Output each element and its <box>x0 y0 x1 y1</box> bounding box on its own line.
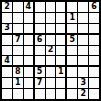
cell-r4c4[interactable]: 6 <box>35 35 45 45</box>
cell-r6c3[interactable] <box>24 56 34 66</box>
cell-r4c2[interactable]: 7 <box>13 35 23 45</box>
cell-r1c3[interactable]: 4 <box>24 2 34 12</box>
cell-r1c7[interactable] <box>67 2 77 12</box>
cell-r5c9[interactable] <box>89 46 99 56</box>
cell-r1c6[interactable] <box>56 2 66 12</box>
cell-r8c8[interactable]: 3 <box>78 78 88 88</box>
cell-r4c8[interactable] <box>78 35 88 45</box>
cell-r3c3[interactable] <box>24 24 34 34</box>
cell-r3c1[interactable]: 3 <box>2 24 12 34</box>
cell-r3c9[interactable] <box>89 24 99 34</box>
cell-r7c4[interactable]: 5 <box>35 67 45 77</box>
cell-r7c6[interactable]: 1 <box>56 67 66 77</box>
cell-r5c1[interactable] <box>2 46 12 56</box>
cell-r8c3[interactable] <box>24 78 34 88</box>
cell-r8c5[interactable] <box>46 78 56 88</box>
cell-r6c8[interactable] <box>78 56 88 66</box>
cell-r4c5[interactable] <box>46 35 56 45</box>
cell-r2c5[interactable] <box>46 13 56 23</box>
cell-r2c9[interactable] <box>89 13 99 23</box>
cell-r9c4[interactable] <box>35 89 45 99</box>
cell-r9c7[interactable] <box>67 89 77 99</box>
cell-r1c9[interactable]: 6 <box>89 2 99 12</box>
cell-r6c2[interactable] <box>13 56 23 66</box>
cell-r6c5[interactable] <box>46 56 56 66</box>
cell-r7c5[interactable] <box>46 67 56 77</box>
cell-r3c7[interactable] <box>67 24 77 34</box>
cell-r5c2[interactable] <box>13 46 23 56</box>
cell-r9c6[interactable] <box>56 89 66 99</box>
cell-r8c6[interactable] <box>56 78 66 88</box>
cell-r9c2[interactable] <box>13 89 23 99</box>
cell-r2c4[interactable] <box>35 13 45 23</box>
cell-r1c5[interactable] <box>46 2 56 12</box>
cell-r8c9[interactable] <box>89 78 99 88</box>
cell-r3c6[interactable] <box>56 24 66 34</box>
cell-r8c2[interactable]: 1 <box>13 78 23 88</box>
cell-r3c5[interactable] <box>46 24 56 34</box>
cell-r1c1[interactable]: 2 <box>2 2 12 12</box>
cell-r7c3[interactable] <box>24 67 34 77</box>
cell-r6c4[interactable] <box>35 56 45 66</box>
cell-r2c7[interactable]: 1 <box>67 13 77 23</box>
cell-r8c4[interactable]: 7 <box>35 78 45 88</box>
cell-r7c9[interactable] <box>89 67 99 77</box>
cell-r2c6[interactable] <box>56 13 66 23</box>
cell-r2c2[interactable] <box>13 13 23 23</box>
cell-r1c8[interactable] <box>78 2 88 12</box>
cell-r4c6[interactable] <box>56 35 66 45</box>
cell-r9c5[interactable] <box>46 89 56 99</box>
cell-r4c9[interactable] <box>89 35 99 45</box>
cell-r6c6[interactable] <box>56 56 66 66</box>
cell-r4c7[interactable]: 5 <box>67 35 77 45</box>
cell-r7c2[interactable]: 8 <box>13 67 23 77</box>
cell-r4c3[interactable] <box>24 35 34 45</box>
cell-r2c3[interactable] <box>24 13 34 23</box>
cell-r7c8[interactable] <box>78 67 88 77</box>
sudoku-board: 24613765248511732 <box>0 0 101 101</box>
cell-r5c7[interactable] <box>67 46 77 56</box>
cell-r1c2[interactable] <box>13 2 23 12</box>
cell-r7c1[interactable] <box>2 67 12 77</box>
cell-r7c7[interactable] <box>67 67 77 77</box>
cell-r3c2[interactable] <box>13 24 23 34</box>
cell-r5c5[interactable]: 2 <box>46 46 56 56</box>
cell-r8c7[interactable] <box>67 78 77 88</box>
cell-r6c7[interactable] <box>67 56 77 66</box>
cell-r5c6[interactable] <box>56 46 66 56</box>
cell-r4c1[interactable] <box>2 35 12 45</box>
cell-r5c3[interactable] <box>24 46 34 56</box>
cell-r5c4[interactable] <box>35 46 45 56</box>
cell-r6c1[interactable]: 4 <box>2 56 12 66</box>
cell-r9c8[interactable]: 2 <box>78 89 88 99</box>
cell-r5c8[interactable] <box>78 46 88 56</box>
cell-r3c4[interactable] <box>35 24 45 34</box>
cell-r9c1[interactable] <box>2 89 12 99</box>
cell-r2c1[interactable] <box>2 13 12 23</box>
cell-r3c8[interactable] <box>78 24 88 34</box>
cell-r8c1[interactable] <box>2 78 12 88</box>
cell-r2c8[interactable] <box>78 13 88 23</box>
cell-r9c3[interactable] <box>24 89 34 99</box>
cell-r9c9[interactable] <box>89 89 99 99</box>
cell-r6c9[interactable] <box>89 56 99 66</box>
cell-r1c4[interactable] <box>35 2 45 12</box>
